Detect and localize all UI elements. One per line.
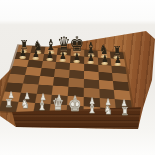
photo-scene: ♜♞♝♛♚♝♞♜♟♟♟♟♟♟♟♟♟♟♟♟♟♟♟♟♜♞♝♛♚♝♞♜ bbox=[0, 0, 155, 155]
